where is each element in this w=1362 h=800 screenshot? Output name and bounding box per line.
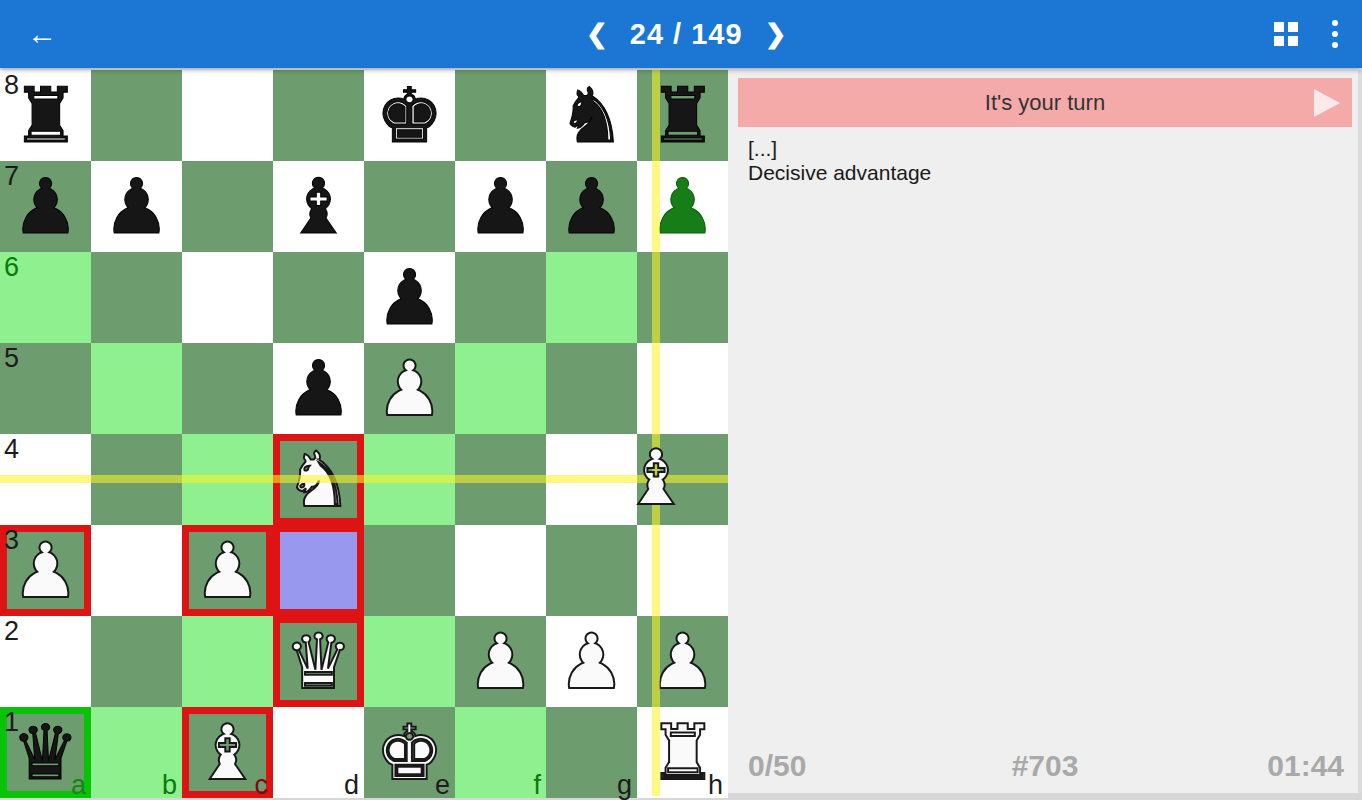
square-f7[interactable]: ♟ xyxy=(455,161,546,252)
square-c5[interactable] xyxy=(182,343,273,434)
prev-puzzle-button[interactable]: ❮ xyxy=(586,19,608,50)
square-c1[interactable]: c♝ xyxy=(182,707,273,798)
square-b5[interactable] xyxy=(91,343,182,434)
white-rook-h1[interactable]: ♜ xyxy=(637,707,728,798)
black-knight-g8[interactable]: ♞ xyxy=(546,70,637,161)
back-button[interactable]: ← xyxy=(22,14,62,54)
square-d2[interactable]: ♛ xyxy=(273,616,364,707)
square-d5[interactable]: ♟ xyxy=(273,343,364,434)
rank-label-2: 2 xyxy=(4,616,19,647)
white-pawn-e5[interactable]: ♟ xyxy=(364,343,455,434)
black-bishop-d7[interactable]: ♝ xyxy=(273,161,364,252)
file-label-d: d xyxy=(344,770,359,800)
square-e5[interactable]: ♟ xyxy=(364,343,455,434)
square-f1[interactable]: f xyxy=(455,707,546,798)
square-e3[interactable] xyxy=(364,525,455,616)
square-a7[interactable]: 7♟ xyxy=(0,161,91,252)
square-d8[interactable] xyxy=(273,70,364,161)
square-e2[interactable] xyxy=(364,616,455,707)
square-f2[interactable]: ♟ xyxy=(455,616,546,707)
square-h6[interactable] xyxy=(637,252,728,343)
topbar-actions xyxy=(1274,0,1342,68)
square-h1[interactable]: h♜ xyxy=(637,707,728,798)
black-pawn-d5[interactable]: ♟ xyxy=(273,343,364,434)
square-g5[interactable] xyxy=(546,343,637,434)
rank-label-5: 5 xyxy=(4,343,19,374)
square-g6[interactable] xyxy=(546,252,637,343)
rank-label-6: 6 xyxy=(4,252,19,283)
black-pawn-b7[interactable]: ♟ xyxy=(91,161,182,252)
black-king-e8[interactable]: ♚ xyxy=(364,70,455,161)
square-h2[interactable]: ♟ xyxy=(637,616,728,707)
black-queen-a1[interactable]: ♛ xyxy=(0,707,91,798)
square-c2[interactable] xyxy=(182,616,273,707)
square-d6[interactable] xyxy=(273,252,364,343)
square-a2[interactable]: 2 xyxy=(0,616,91,707)
info-panel: It's your turn [...] Decisive advantage … xyxy=(728,68,1362,800)
square-f5[interactable] xyxy=(455,343,546,434)
square-a1[interactable]: 1a♛ xyxy=(0,707,91,798)
rank-label-4: 4 xyxy=(4,434,19,465)
grid-view-icon[interactable] xyxy=(1274,22,1298,46)
square-g8[interactable]: ♞ xyxy=(546,70,637,161)
square-h8[interactable]: ♜ xyxy=(637,70,728,161)
white-pawn-h2[interactable]: ♟ xyxy=(637,616,728,707)
turn-banner[interactable]: It's your turn xyxy=(738,78,1352,127)
square-b8[interactable] xyxy=(91,70,182,161)
puzzle-counter: 24 / 149 xyxy=(630,18,743,51)
white-queen-d2[interactable]: ♛ xyxy=(273,616,364,707)
square-c7[interactable] xyxy=(182,161,273,252)
overflow-menu-icon[interactable] xyxy=(1328,20,1342,48)
square-b2[interactable] xyxy=(91,616,182,707)
square-b6[interactable] xyxy=(91,252,182,343)
square-e7[interactable] xyxy=(364,161,455,252)
square-a8[interactable]: 8♜ xyxy=(0,70,91,161)
white-pawn-g2[interactable]: ♟ xyxy=(546,616,637,707)
square-c8[interactable] xyxy=(182,70,273,161)
square-f8[interactable] xyxy=(455,70,546,161)
file-label-f: f xyxy=(533,770,541,800)
square-a5[interactable]: 5 xyxy=(0,343,91,434)
square-d7[interactable]: ♝ xyxy=(273,161,364,252)
square-e1[interactable]: e♚ xyxy=(364,707,455,798)
square-f3[interactable] xyxy=(455,525,546,616)
puzzle-counter-group: ❮ 24 / 149 ❯ xyxy=(586,0,786,68)
square-c6[interactable] xyxy=(182,252,273,343)
square-g7[interactable]: ♟ xyxy=(546,161,637,252)
black-rook-h8[interactable]: ♜ xyxy=(637,70,728,161)
square-h3[interactable] xyxy=(637,525,728,616)
square-a6[interactable]: 6 xyxy=(0,252,91,343)
next-puzzle-button[interactable]: ❯ xyxy=(765,19,787,50)
square-b1[interactable]: b xyxy=(91,707,182,798)
square-h5[interactable] xyxy=(637,343,728,434)
square-e8[interactable]: ♚ xyxy=(364,70,455,161)
file-label-b: b xyxy=(162,770,177,800)
black-pawn-h7[interactable]: ♟ xyxy=(637,161,728,252)
white-bishop-c1[interactable]: ♝ xyxy=(182,707,273,798)
turn-banner-text: It's your turn xyxy=(985,90,1105,116)
square-d3[interactable] xyxy=(273,525,364,616)
black-pawn-a7[interactable]: ♟ xyxy=(0,161,91,252)
black-pawn-g7[interactable]: ♟ xyxy=(546,161,637,252)
black-pawn-f7[interactable]: ♟ xyxy=(455,161,546,252)
assessment-text: Decisive advantage xyxy=(748,161,931,185)
square-g2[interactable]: ♟ xyxy=(546,616,637,707)
chess-board[interactable]: 8♜♚♞♜7♟♟♝♟♟♟6♟5♟♟4♞3♟♟2♛♟♟♟1a♛bc♝de♚fgh♜ xyxy=(0,70,728,798)
stats-row: 0/50 #703 01:44 xyxy=(728,749,1362,789)
square-c3[interactable]: ♟ xyxy=(182,525,273,616)
square-b7[interactable]: ♟ xyxy=(91,161,182,252)
white-pawn-c3[interactable]: ♟ xyxy=(182,525,273,616)
square-a3[interactable]: 3♟ xyxy=(0,525,91,616)
black-rook-a8[interactable]: ♜ xyxy=(0,70,91,161)
square-g3[interactable] xyxy=(546,525,637,616)
move-prefix: [...] xyxy=(748,137,777,161)
white-pawn-a3[interactable]: ♟ xyxy=(0,525,91,616)
white-king-e1[interactable]: ♚ xyxy=(364,707,455,798)
black-pawn-e6[interactable]: ♟ xyxy=(364,252,455,343)
top-app-bar: ← ❮ 24 / 149 ❯ xyxy=(0,0,1362,68)
dragged-white-bishop[interactable]: ♝ xyxy=(616,437,696,517)
square-e6[interactable]: ♟ xyxy=(364,252,455,343)
play-arrow-icon xyxy=(1314,89,1340,117)
square-h7[interactable]: ♟ xyxy=(637,161,728,252)
file-label-g: g xyxy=(617,770,632,800)
white-pawn-f2[interactable]: ♟ xyxy=(455,616,546,707)
square-d1[interactable]: d xyxy=(273,707,364,798)
timer: 01:44 xyxy=(1267,749,1344,783)
square-b3[interactable] xyxy=(91,525,182,616)
square-f6[interactable] xyxy=(455,252,546,343)
square-g1[interactable]: g xyxy=(546,707,637,798)
